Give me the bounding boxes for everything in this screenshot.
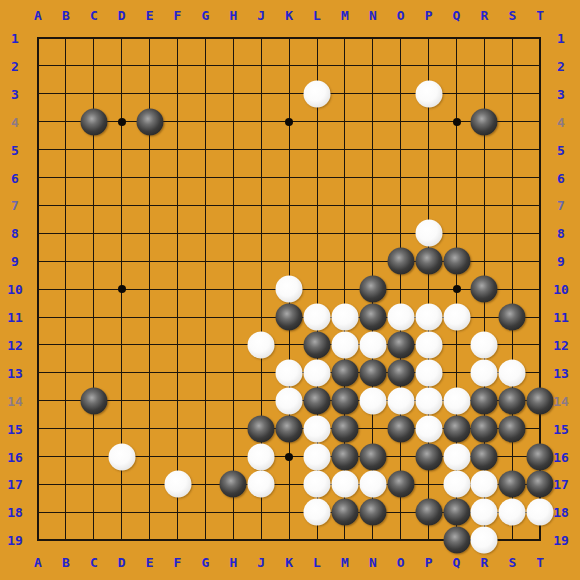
- column-label-bottom: L: [313, 555, 321, 570]
- black-stone[interactable]: [527, 387, 554, 414]
- column-label-bottom: G: [201, 555, 209, 570]
- white-stone[interactable]: [415, 387, 442, 414]
- row-label-left: 19: [7, 533, 23, 548]
- black-stone[interactable]: [387, 248, 414, 275]
- white-stone[interactable]: [331, 304, 358, 331]
- column-label-bottom: C: [90, 555, 98, 570]
- row-label-right: 19: [553, 533, 569, 548]
- column-label-bottom: F: [174, 555, 182, 570]
- row-label-left: 13: [7, 365, 23, 380]
- row-label-left: 18: [7, 505, 23, 520]
- black-stone[interactable]: [415, 499, 442, 526]
- star-point: [118, 285, 126, 293]
- row-label-right: 10: [553, 282, 569, 297]
- white-stone[interactable]: [331, 471, 358, 498]
- white-stone[interactable]: [471, 471, 498, 498]
- white-stone[interactable]: [415, 331, 442, 358]
- black-stone[interactable]: [415, 248, 442, 275]
- row-label-right: 18: [553, 505, 569, 520]
- column-label-top: C: [90, 8, 98, 23]
- white-stone[interactable]: [304, 415, 331, 442]
- grid-line-vertical: [400, 37, 401, 541]
- black-stone[interactable]: [276, 304, 303, 331]
- row-label-left: 16: [7, 449, 23, 464]
- white-stone[interactable]: [415, 220, 442, 247]
- row-label-right: 6: [557, 170, 565, 185]
- column-label-bottom: B: [62, 555, 70, 570]
- white-stone[interactable]: [443, 387, 470, 414]
- row-label-left: 7: [11, 198, 19, 213]
- white-stone[interactable]: [443, 304, 470, 331]
- star-point: [285, 453, 293, 461]
- white-stone[interactable]: [415, 415, 442, 442]
- black-stone[interactable]: [304, 387, 331, 414]
- black-stone[interactable]: [387, 415, 414, 442]
- column-label-top: M: [341, 8, 349, 23]
- row-label-left: 5: [11, 142, 19, 157]
- black-stone[interactable]: [415, 443, 442, 470]
- row-label-right: 12: [553, 337, 569, 352]
- column-label-bottom: M: [341, 555, 349, 570]
- black-stone[interactable]: [136, 108, 163, 135]
- column-label-bottom: Q: [453, 555, 461, 570]
- column-label-top: G: [201, 8, 209, 23]
- black-stone[interactable]: [443, 248, 470, 275]
- row-label-right: 4: [557, 114, 565, 129]
- black-stone[interactable]: [359, 359, 386, 386]
- white-stone[interactable]: [499, 359, 526, 386]
- black-stone[interactable]: [331, 499, 358, 526]
- white-stone[interactable]: [248, 331, 275, 358]
- white-stone[interactable]: [415, 359, 442, 386]
- white-stone[interactable]: [331, 331, 358, 358]
- column-label-top: E: [146, 8, 154, 23]
- column-label-bottom: D: [118, 555, 126, 570]
- column-label-bottom: N: [369, 555, 377, 570]
- black-stone[interactable]: [80, 108, 107, 135]
- column-label-top: T: [536, 8, 544, 23]
- row-label-left: 2: [11, 58, 19, 73]
- black-stone[interactable]: [331, 415, 358, 442]
- column-label-top: K: [285, 8, 293, 23]
- goban[interactable]: AA11BB22CC33DD44EE55FF66GG77HH88JJ99KK10…: [0, 0, 580, 580]
- black-stone[interactable]: [387, 471, 414, 498]
- row-label-right: 17: [553, 477, 569, 492]
- black-stone[interactable]: [443, 415, 470, 442]
- row-label-left: 1: [11, 31, 19, 46]
- grid-line-horizontal: [37, 344, 541, 345]
- black-stone[interactable]: [387, 331, 414, 358]
- row-label-left: 15: [7, 421, 23, 436]
- white-stone[interactable]: [471, 331, 498, 358]
- column-label-top: O: [397, 8, 405, 23]
- white-stone[interactable]: [471, 527, 498, 554]
- white-stone[interactable]: [359, 471, 386, 498]
- black-stone[interactable]: [80, 387, 107, 414]
- white-stone[interactable]: [248, 443, 275, 470]
- white-stone[interactable]: [304, 443, 331, 470]
- column-label-bottom: E: [146, 555, 154, 570]
- column-label-bottom: R: [480, 555, 488, 570]
- black-stone[interactable]: [471, 108, 498, 135]
- column-label-top: P: [425, 8, 433, 23]
- black-stone[interactable]: [304, 331, 331, 358]
- black-stone[interactable]: [499, 415, 526, 442]
- column-label-bottom: P: [425, 555, 433, 570]
- black-stone[interactable]: [331, 443, 358, 470]
- black-stone[interactable]: [443, 527, 470, 554]
- white-stone[interactable]: [471, 499, 498, 526]
- column-label-top: J: [257, 8, 265, 23]
- black-stone[interactable]: [248, 415, 275, 442]
- black-stone[interactable]: [359, 276, 386, 303]
- black-stone[interactable]: [359, 304, 386, 331]
- white-stone[interactable]: [276, 387, 303, 414]
- white-stone[interactable]: [471, 359, 498, 386]
- column-label-bottom: K: [285, 555, 293, 570]
- black-stone[interactable]: [527, 471, 554, 498]
- row-label-left: 14: [7, 393, 23, 408]
- column-label-bottom: J: [257, 555, 265, 570]
- column-label-top: S: [508, 8, 516, 23]
- row-label-left: 10: [7, 282, 23, 297]
- star-point: [285, 118, 293, 126]
- white-stone[interactable]: [304, 499, 331, 526]
- black-stone[interactable]: [471, 387, 498, 414]
- white-stone[interactable]: [304, 359, 331, 386]
- black-stone[interactable]: [499, 387, 526, 414]
- column-label-top: A: [34, 8, 42, 23]
- column-label-top: H: [229, 8, 237, 23]
- white-stone[interactable]: [164, 471, 191, 498]
- white-stone[interactable]: [527, 499, 554, 526]
- black-stone[interactable]: [331, 387, 358, 414]
- column-label-top: F: [174, 8, 182, 23]
- row-label-right: 9: [557, 254, 565, 269]
- row-label-right: 15: [553, 421, 569, 436]
- row-label-left: 8: [11, 226, 19, 241]
- white-stone[interactable]: [499, 499, 526, 526]
- white-stone[interactable]: [387, 304, 414, 331]
- black-stone[interactable]: [359, 443, 386, 470]
- column-label-top: N: [369, 8, 377, 23]
- row-label-right: 5: [557, 142, 565, 157]
- white-stone[interactable]: [359, 331, 386, 358]
- white-stone[interactable]: [415, 80, 442, 107]
- white-stone[interactable]: [276, 276, 303, 303]
- row-label-right: 11: [553, 310, 569, 325]
- row-label-left: 11: [7, 310, 23, 325]
- white-stone[interactable]: [443, 471, 470, 498]
- row-label-right: 8: [557, 226, 565, 241]
- white-stone[interactable]: [359, 387, 386, 414]
- row-label-left: 9: [11, 254, 19, 269]
- black-stone[interactable]: [471, 276, 498, 303]
- white-stone[interactable]: [443, 443, 470, 470]
- white-stone[interactable]: [304, 471, 331, 498]
- black-stone[interactable]: [359, 499, 386, 526]
- column-label-top: B: [62, 8, 70, 23]
- column-label-bottom: O: [397, 555, 405, 570]
- column-label-bottom: H: [229, 555, 237, 570]
- row-label-left: 4: [11, 114, 19, 129]
- black-stone[interactable]: [331, 359, 358, 386]
- white-stone[interactable]: [415, 304, 442, 331]
- row-label-left: 17: [7, 477, 23, 492]
- column-label-top: R: [480, 8, 488, 23]
- white-stone[interactable]: [276, 359, 303, 386]
- column-label-bottom: A: [34, 555, 42, 570]
- black-stone[interactable]: [471, 443, 498, 470]
- black-stone[interactable]: [527, 443, 554, 470]
- column-label-bottom: S: [508, 555, 516, 570]
- white-stone[interactable]: [304, 304, 331, 331]
- row-label-left: 3: [11, 86, 19, 101]
- row-label-right: 14: [553, 393, 569, 408]
- row-label-right: 2: [557, 58, 565, 73]
- black-stone[interactable]: [443, 499, 470, 526]
- star-point: [453, 118, 461, 126]
- white-stone[interactable]: [387, 387, 414, 414]
- black-stone[interactable]: [387, 359, 414, 386]
- black-stone[interactable]: [499, 304, 526, 331]
- row-label-right: 13: [553, 365, 569, 380]
- column-label-top: Q: [453, 8, 461, 23]
- white-stone[interactable]: [248, 471, 275, 498]
- row-label-left: 12: [7, 337, 23, 352]
- black-stone[interactable]: [499, 471, 526, 498]
- white-stone[interactable]: [304, 80, 331, 107]
- grid-line-vertical: [512, 37, 513, 541]
- black-stone[interactable]: [276, 415, 303, 442]
- black-stone[interactable]: [220, 471, 247, 498]
- row-label-right: 3: [557, 86, 565, 101]
- star-point: [453, 285, 461, 293]
- row-label-left: 6: [11, 170, 19, 185]
- row-label-right: 1: [557, 31, 565, 46]
- column-label-bottom: T: [536, 555, 544, 570]
- star-point: [118, 118, 126, 126]
- black-stone[interactable]: [471, 415, 498, 442]
- row-label-right: 16: [553, 449, 569, 464]
- column-label-top: D: [118, 8, 126, 23]
- column-label-top: L: [313, 8, 321, 23]
- white-stone[interactable]: [108, 443, 135, 470]
- row-label-right: 7: [557, 198, 565, 213]
